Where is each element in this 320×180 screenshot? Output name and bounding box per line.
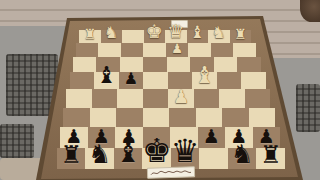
square[interactable] [66,89,92,108]
black-rook-h8[interactable]: ♜ [60,143,82,167]
black-pawn-f4[interactable]: ♟ [124,71,138,87]
black-knight-g8[interactable]: ♞ [88,141,111,167]
square[interactable] [70,72,95,89]
rug-dark-patch-left-low [0,124,34,158]
white-rook-a1[interactable]: ♜ [234,27,247,41]
square[interactable] [117,89,143,108]
white-king-e1[interactable]: ♚ [146,22,163,41]
black-bishop-f8[interactable]: ♝ [116,139,141,167]
square[interactable] [143,43,166,57]
square[interactable] [76,43,99,57]
square[interactable] [199,148,228,169]
white-pawn-d2[interactable]: ♟ [171,42,183,55]
square[interactable] [122,30,144,43]
square[interactable] [245,89,271,108]
square[interactable] [169,108,196,128]
square[interactable] [194,89,220,108]
black-bishop-g4[interactable]: ♝ [96,64,117,87]
black-pawn-c7[interactable]: ♟ [203,127,220,146]
square[interactable] [98,43,121,57]
black-queen-d8[interactable]: ♛ [171,135,200,167]
square[interactable] [92,89,118,108]
black-knight-b8[interactable]: ♞ [231,141,254,167]
square[interactable] [241,72,266,89]
square[interactable] [217,72,242,89]
square[interactable] [143,108,170,128]
square[interactable] [121,43,144,57]
square[interactable] [211,43,234,57]
rug-dark-patch-right [296,84,320,132]
square[interactable] [143,89,169,108]
square[interactable] [167,57,191,73]
square[interactable] [73,57,97,73]
white-pawn-d5[interactable]: ♟ [173,88,189,106]
white-knight-b1[interactable]: ♞ [212,25,226,41]
white-bishop-c4[interactable]: ♝ [194,64,215,87]
white-rook-h1[interactable]: ♜ [83,27,96,41]
square[interactable] [219,89,245,108]
white-knight-g1[interactable]: ♞ [104,25,118,41]
square[interactable] [237,57,261,73]
white-queen-d1[interactable]: ♛ [167,22,184,41]
photo-scene: ♜♞♝♛♚♞♜♟♝♟♟♝♟♟♟♟♟♟♜♞♛♚♝♞♜ [0,0,320,180]
black-king-e8[interactable]: ♚ [142,134,172,167]
square[interactable] [214,57,238,73]
square[interactable] [143,57,167,73]
square[interactable] [143,72,168,89]
white-bishop-c1[interactable]: ♝ [190,24,205,41]
square[interactable] [233,43,256,57]
black-rook-a8[interactable]: ♜ [260,143,282,167]
square[interactable] [188,43,211,57]
